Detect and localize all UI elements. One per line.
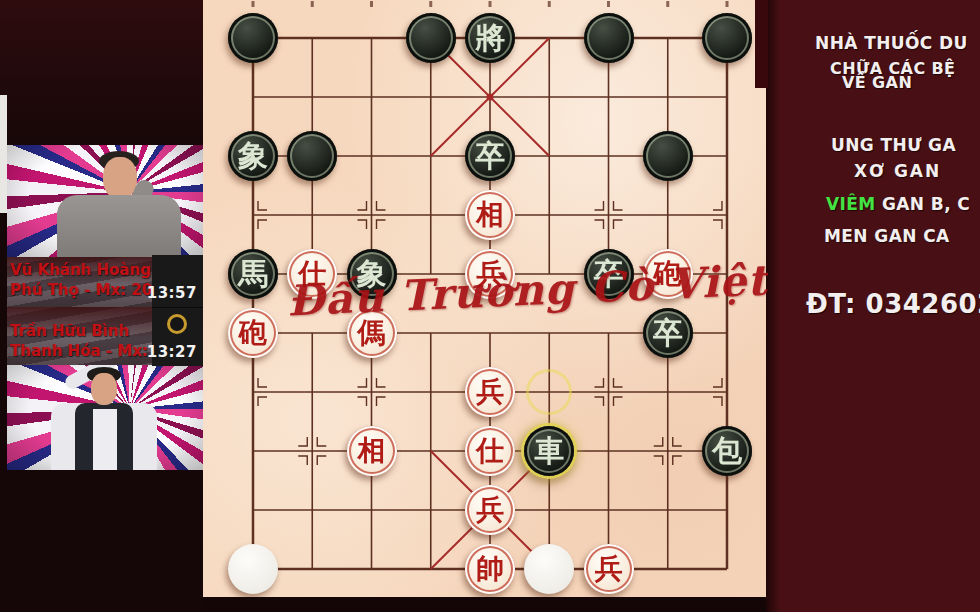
piece-e2-black-soldier[interactable]: 卒 — [465, 131, 515, 181]
ad-line-6: VIÊM GAN B, C — [826, 194, 970, 214]
last-move-origin-ring — [526, 369, 572, 415]
players-sidebar: Vũ Khánh Hoàng Phú Thọ - Mx: 2015 13:57 … — [0, 0, 203, 612]
piece-i0-black-piece-glyph-unreadable[interactable] — [702, 13, 752, 63]
player2-clock-value: 13:27 — [147, 343, 197, 361]
piece-a0-black-piece-glyph-unreadable[interactable] — [228, 13, 278, 63]
piece-b2-black-piece-glyph-unreadable[interactable] — [287, 131, 337, 181]
ad-line-6-highlight: VIÊM — [826, 194, 876, 214]
piece-i7-black-cannon[interactable]: 包 — [702, 426, 752, 476]
xiangqi-board[interactable]: 將象卒相馬仕象兵卒砲砲傌卒兵相仕車包兵帥兵 Đấu Trường Cờ Việt — [203, 0, 768, 597]
ad-line-3: VỀ GAN — [842, 73, 912, 92]
player1-body — [57, 195, 181, 257]
player2-head — [91, 373, 117, 405]
ad-line-1: NHÀ THUỐC DU — [815, 33, 968, 53]
panel-edge-shadow — [766, 0, 780, 612]
sidebar-top-area — [0, 0, 203, 145]
player1-clock-value: 13:57 — [147, 284, 197, 302]
piece-a5-red-cannon[interactable]: 砲 — [228, 308, 278, 358]
piece-c7-red-elephant[interactable]: 相 — [347, 426, 397, 476]
player2-shirt — [93, 409, 117, 470]
piece-a9-white-disc-glyph-not-visible[interactable] — [228, 544, 278, 594]
pharmacy-ad-panel: NHÀ THUỐC DU CHỮA CÁC BỆ VỀ GAN UNG THƯ … — [766, 0, 980, 612]
ad-line-5: XƠ GAN — [854, 161, 941, 181]
piece-a4-black-horse[interactable]: 馬 — [228, 249, 278, 299]
player1-photo — [7, 145, 203, 257]
player2-clock: 13:27 — [152, 307, 203, 366]
player2-photo — [7, 365, 203, 470]
corner-shadow — [755, 0, 768, 88]
piece-e7-red-advisor[interactable]: 仕 — [465, 426, 515, 476]
turn-indicator-icon — [167, 314, 187, 334]
ad-line-4: UNG THƯ GA — [831, 135, 956, 155]
piece-f7-black-chariot[interactable]: 車 — [524, 426, 574, 476]
video-edge-sliver — [0, 95, 7, 213]
piece-e3-red-elephant[interactable]: 相 — [465, 190, 515, 240]
piece-e0-black-general[interactable]: 將 — [465, 13, 515, 63]
ad-line-7: MEN GAN CA — [824, 226, 950, 246]
piece-e9-red-general[interactable]: 帥 — [465, 544, 515, 594]
piece-g9-red-soldier[interactable]: 兵 — [584, 544, 634, 594]
piece-g0-black-piece-glyph-unreadable[interactable] — [584, 13, 634, 63]
piece-a2-black-elephant[interactable]: 象 — [228, 131, 278, 181]
ad-phone-number: ĐT: 03426029 — [806, 289, 980, 319]
piece-h5-black-soldier[interactable]: 卒 — [643, 308, 693, 358]
ad-line-6-rest: GAN B, C — [876, 194, 971, 214]
piece-e6-red-soldier[interactable]: 兵 — [465, 367, 515, 417]
stream-frame: 將象卒相馬仕象兵卒砲砲傌卒兵相仕車包兵帥兵 Đấu Trường Cờ Việt… — [0, 0, 980, 612]
piece-h2-black-piece-glyph-unreadable[interactable] — [643, 131, 693, 181]
player1-clock: 13:57 — [152, 255, 203, 307]
piece-f9-white-disc-glyph-not-visible[interactable] — [524, 544, 574, 594]
piece-d0-black-piece-glyph-unreadable[interactable] — [406, 13, 456, 63]
piece-e8-red-soldier[interactable]: 兵 — [465, 485, 515, 535]
